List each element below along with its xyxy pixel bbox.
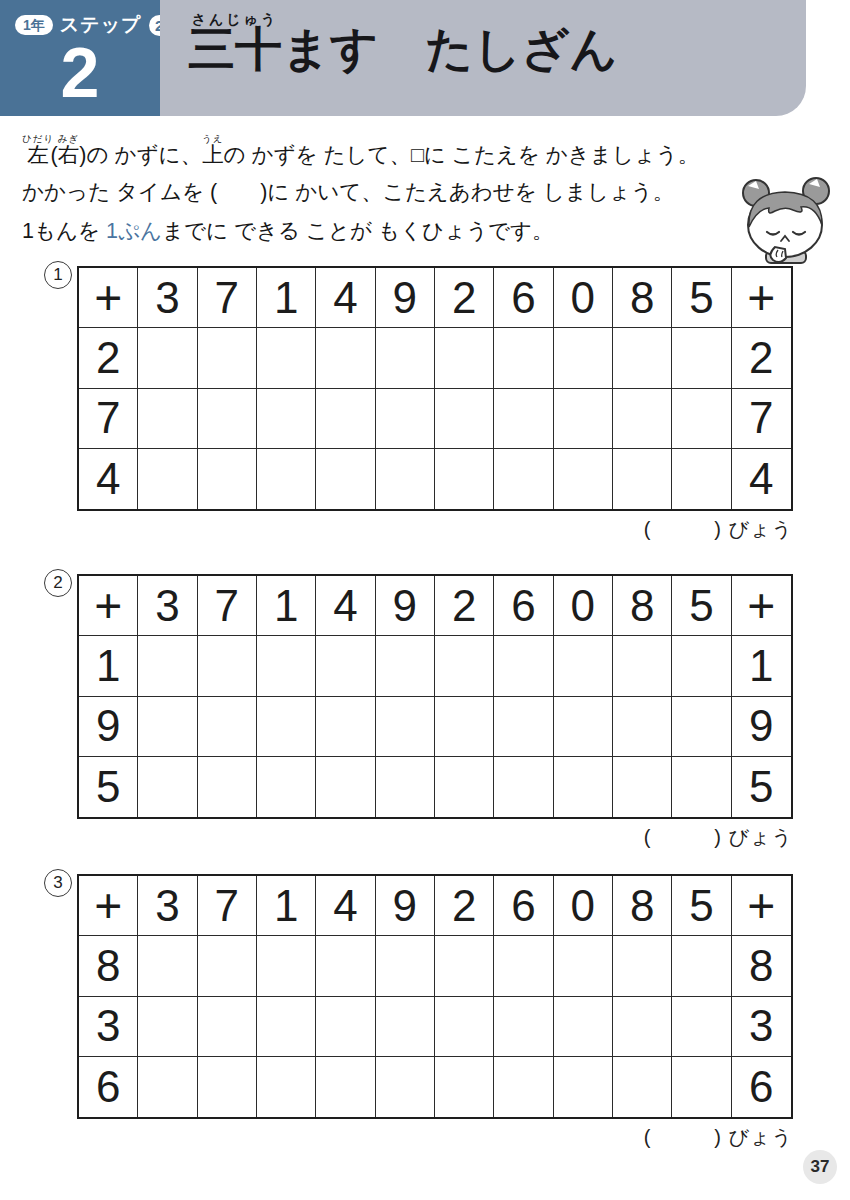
title-rest: ます たしざん — [282, 22, 618, 75]
answer-cell[interactable] — [376, 757, 435, 817]
answer-cell[interactable] — [613, 449, 672, 509]
answer-cell[interactable] — [672, 328, 731, 388]
answer-cell[interactable] — [435, 697, 494, 757]
answer-cell[interactable] — [494, 936, 553, 996]
right-addend-cell: 3 — [732, 997, 791, 1057]
kanji-right: 右 — [58, 143, 80, 167]
answer-cell[interactable] — [613, 757, 672, 817]
answer-cell[interactable] — [613, 1057, 672, 1117]
answer-cell[interactable] — [316, 697, 375, 757]
top-number-cell: 1 — [257, 876, 316, 936]
answer-cell[interactable] — [435, 636, 494, 696]
answer-cell[interactable] — [554, 1057, 613, 1117]
top-number-cell: 3 — [138, 876, 197, 936]
top-number-cell: 0 — [554, 268, 613, 328]
left-addend-cell: 1 — [79, 636, 138, 696]
left-addend-cell: 3 — [79, 997, 138, 1057]
answer-cell[interactable] — [257, 697, 316, 757]
top-number-cell: 6 — [494, 876, 553, 936]
answer-cell[interactable] — [613, 997, 672, 1057]
answer-cell[interactable] — [198, 449, 257, 509]
top-number-cell: 7 — [198, 876, 257, 936]
instructions: 左ひだり(右みぎ)の かずに、上うえの かずを たして、□に こたえを かきまし… — [22, 134, 832, 251]
plus-corner-cell: + — [732, 876, 791, 936]
plus-corner-cell: + — [732, 576, 791, 636]
lesson-number: 2 — [0, 38, 160, 108]
answer-cell[interactable] — [198, 997, 257, 1057]
answer-cell[interactable] — [613, 697, 672, 757]
answer-cell[interactable] — [316, 757, 375, 817]
answer-cell[interactable] — [613, 636, 672, 696]
answer-cell[interactable] — [257, 636, 316, 696]
left-addend-cell: 5 — [79, 757, 138, 817]
left-addend-cell: 6 — [79, 1057, 138, 1117]
answer-cell[interactable] — [198, 389, 257, 449]
answer-cell[interactable] — [138, 757, 197, 817]
plus-corner-cell: + — [79, 576, 138, 636]
masu-grid-1: +3714926085+227744 — [77, 266, 793, 511]
answer-cell[interactable] — [435, 389, 494, 449]
answer-cell[interactable] — [494, 997, 553, 1057]
answer-cell[interactable] — [138, 1057, 197, 1117]
top-number-cell: 4 — [316, 576, 375, 636]
answer-cell[interactable] — [435, 449, 494, 509]
grid-1-time-field[interactable]: ( ) びょう — [644, 516, 793, 543]
top-number-cell: 5 — [672, 876, 731, 936]
answer-cell[interactable] — [316, 936, 375, 996]
answer-cell[interactable] — [554, 697, 613, 757]
answer-cell[interactable] — [257, 757, 316, 817]
answer-cell[interactable] — [435, 936, 494, 996]
answer-cell[interactable] — [554, 757, 613, 817]
answer-cell[interactable] — [138, 389, 197, 449]
answer-cell[interactable] — [494, 757, 553, 817]
answer-cell[interactable] — [494, 449, 553, 509]
answer-cell[interactable] — [376, 328, 435, 388]
page-title: 三十さんじゅうます たしざん — [188, 12, 618, 79]
answer-cell[interactable] — [316, 1057, 375, 1117]
top-number-cell: 7 — [198, 268, 257, 328]
answer-cell[interactable] — [257, 997, 316, 1057]
answer-cell[interactable] — [138, 997, 197, 1057]
answer-cell[interactable] — [672, 697, 731, 757]
answer-cell[interactable] — [257, 328, 316, 388]
kanji-left: 左 — [22, 143, 54, 167]
answer-cell[interactable] — [316, 389, 375, 449]
answer-cell[interactable] — [554, 997, 613, 1057]
answer-cell[interactable] — [198, 636, 257, 696]
answer-cell[interactable] — [435, 328, 494, 388]
thinking-girl-illustration — [735, 175, 837, 265]
top-number-cell: 0 — [554, 576, 613, 636]
right-addend-cell: 4 — [732, 449, 791, 509]
answer-cell[interactable] — [198, 936, 257, 996]
answer-cell[interactable] — [257, 449, 316, 509]
right-addend-cell: 1 — [732, 636, 791, 696]
answer-cell[interactable] — [138, 936, 197, 996]
answer-cell[interactable] — [554, 389, 613, 449]
answer-cell[interactable] — [613, 328, 672, 388]
top-number-cell: 9 — [376, 576, 435, 636]
answer-cell[interactable] — [316, 636, 375, 696]
worksheet-page: 1年 ステップ 2 2 三十さんじゅうます たしざん 左ひだり(右みぎ)の かず… — [0, 0, 850, 1200]
answer-cell[interactable] — [316, 328, 375, 388]
grade-badge: 1年 — [15, 15, 53, 35]
answer-cell[interactable] — [672, 936, 731, 996]
masu-grid-2: +3714926085+119955 — [77, 574, 793, 819]
answer-cell[interactable] — [672, 389, 731, 449]
top-number-cell: 6 — [494, 268, 553, 328]
answer-cell[interactable] — [613, 389, 672, 449]
answer-cell[interactable] — [376, 389, 435, 449]
answer-cell[interactable] — [257, 389, 316, 449]
answer-cell[interactable] — [494, 328, 553, 388]
answer-cell[interactable] — [494, 1057, 553, 1117]
answer-cell[interactable] — [138, 636, 197, 696]
right-addend-cell: 7 — [732, 389, 791, 449]
answer-cell[interactable] — [376, 697, 435, 757]
unit-banner: 1年 ステップ 2 2 — [0, 0, 160, 116]
answer-cell[interactable] — [435, 757, 494, 817]
grid-1-label: 1 — [44, 261, 72, 289]
answer-cell[interactable] — [198, 697, 257, 757]
answer-cell[interactable] — [554, 449, 613, 509]
answer-cell[interactable] — [554, 936, 613, 996]
answer-cell[interactable] — [494, 389, 553, 449]
plus-corner-cell: + — [732, 268, 791, 328]
instruction-line-3: 1もんを 1ぷんまでに できる ことが もくひょうです。 — [22, 212, 832, 251]
top-number-cell: 0 — [554, 876, 613, 936]
title-furigana: さんじゅう — [188, 11, 282, 27]
top-number-cell: 3 — [138, 576, 197, 636]
plus-corner-cell: + — [79, 876, 138, 936]
instruction-line-1: 左ひだり(右みぎ)の かずに、上うえの かずを たして、□に こたえを かきまし… — [22, 134, 832, 173]
left-addend-cell: 2 — [79, 328, 138, 388]
answer-cell[interactable] — [672, 757, 731, 817]
top-number-cell: 3 — [138, 268, 197, 328]
answer-cell[interactable] — [672, 1057, 731, 1117]
answer-cell[interactable] — [138, 328, 197, 388]
top-number-cell: 9 — [376, 268, 435, 328]
top-number-cell: 2 — [435, 876, 494, 936]
answer-cell[interactable] — [554, 328, 613, 388]
right-addend-cell: 6 — [732, 1057, 791, 1117]
plus-corner-cell: + — [79, 268, 138, 328]
grid-2-time-field[interactable]: ( ) びょう — [644, 824, 793, 851]
answer-cell[interactable] — [198, 757, 257, 817]
top-number-cell: 4 — [316, 268, 375, 328]
right-addend-cell: 5 — [732, 757, 791, 817]
top-number-cell: 4 — [316, 876, 375, 936]
answer-cell[interactable] — [138, 449, 197, 509]
right-addend-cell: 8 — [732, 936, 791, 996]
answer-cell[interactable] — [494, 697, 553, 757]
answer-cell[interactable] — [613, 936, 672, 996]
answer-cell[interactable] — [672, 449, 731, 509]
top-number-cell: 6 — [494, 576, 553, 636]
top-number-cell: 7 — [198, 576, 257, 636]
kanji-up: 上 — [202, 143, 224, 167]
answer-cell[interactable] — [376, 636, 435, 696]
top-number-cell: 5 — [672, 268, 731, 328]
left-addend-cell: 9 — [79, 697, 138, 757]
answer-cell[interactable] — [494, 636, 553, 696]
grid-3-label: 3 — [44, 869, 72, 897]
answer-cell[interactable] — [257, 1057, 316, 1117]
answer-cell[interactable] — [316, 449, 375, 509]
left-addend-cell: 7 — [79, 389, 138, 449]
title-kanji: 三十 — [188, 22, 282, 75]
page-number: 37 — [803, 1150, 837, 1184]
top-number-cell: 8 — [613, 268, 672, 328]
grid-3-time-field[interactable]: ( ) びょう — [644, 1124, 793, 1151]
answer-cell[interactable] — [376, 1057, 435, 1117]
answer-cell[interactable] — [376, 997, 435, 1057]
answer-cell[interactable] — [257, 936, 316, 996]
goal-time-highlight: 1ぷん — [106, 219, 162, 243]
answer-cell[interactable] — [672, 636, 731, 696]
answer-cell[interactable] — [376, 936, 435, 996]
answer-cell[interactable] — [198, 1057, 257, 1117]
top-number-cell: 8 — [613, 576, 672, 636]
answer-cell[interactable] — [435, 1057, 494, 1117]
answer-cell[interactable] — [376, 449, 435, 509]
top-number-cell: 1 — [257, 576, 316, 636]
right-addend-cell: 2 — [732, 328, 791, 388]
answer-cell[interactable] — [554, 636, 613, 696]
title-banner: 三十さんじゅうます たしざん — [160, 0, 806, 116]
grid-2-label: 2 — [44, 569, 72, 597]
answer-cell[interactable] — [316, 997, 375, 1057]
top-number-cell: 2 — [435, 576, 494, 636]
masu-grid-3: +3714926085+883366 — [77, 874, 793, 1119]
answer-cell[interactable] — [672, 997, 731, 1057]
right-addend-cell: 9 — [732, 697, 791, 757]
top-number-cell: 8 — [613, 876, 672, 936]
top-number-cell: 9 — [376, 876, 435, 936]
instruction-line-2: かかった タイムを ( )に かいて、こたえあわせを しましょう。 — [22, 173, 832, 212]
left-addend-cell: 4 — [79, 449, 138, 509]
top-number-cell: 2 — [435, 268, 494, 328]
left-addend-cell: 8 — [79, 936, 138, 996]
answer-cell[interactable] — [198, 328, 257, 388]
top-number-cell: 5 — [672, 576, 731, 636]
answer-cell[interactable] — [138, 697, 197, 757]
answer-cell[interactable] — [435, 997, 494, 1057]
top-number-cell: 1 — [257, 268, 316, 328]
